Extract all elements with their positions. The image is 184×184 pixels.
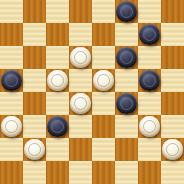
board-square-f5 (115, 69, 138, 92)
board-square-c3[interactable] (46, 115, 69, 138)
board-square-a6 (0, 46, 23, 69)
board-square-f2[interactable] (115, 138, 138, 161)
board-square-h1 (161, 161, 184, 184)
black-checker-c3[interactable] (47, 116, 68, 137)
board-square-f6[interactable] (115, 46, 138, 69)
board-square-d4[interactable] (69, 92, 92, 115)
white-checker-d6[interactable] (70, 47, 91, 68)
board-square-g3[interactable] (138, 115, 161, 138)
board-square-g2 (138, 138, 161, 161)
white-checker-e5[interactable] (93, 70, 114, 91)
board-square-e5[interactable] (92, 69, 115, 92)
board-square-c8 (46, 0, 69, 23)
white-checker-d4[interactable] (70, 93, 91, 114)
board-square-a2 (0, 138, 23, 161)
board-square-c5[interactable] (46, 69, 69, 92)
board-square-f8[interactable] (115, 0, 138, 23)
board-square-c6 (46, 46, 69, 69)
board-square-f4[interactable] (115, 92, 138, 115)
board-square-f3 (115, 115, 138, 138)
white-checker-c5[interactable] (47, 70, 68, 91)
board-square-g6 (138, 46, 161, 69)
board-square-h4[interactable] (161, 92, 184, 115)
board-square-f1 (115, 161, 138, 184)
board-square-c2 (46, 138, 69, 161)
board-square-a4 (0, 92, 23, 115)
board-square-g8 (138, 0, 161, 23)
black-checker-f8[interactable] (116, 1, 137, 22)
board-square-d2[interactable] (69, 138, 92, 161)
board-square-d5 (69, 69, 92, 92)
board-square-a3[interactable] (0, 115, 23, 138)
board-square-e7[interactable] (92, 23, 115, 46)
board-square-e2 (92, 138, 115, 161)
black-checker-g7[interactable] (139, 24, 160, 45)
black-checker-f6[interactable] (116, 47, 137, 68)
board-square-d3 (69, 115, 92, 138)
board-square-e8 (92, 0, 115, 23)
board-square-a8 (0, 0, 23, 23)
board-square-e6 (92, 46, 115, 69)
board-square-h2[interactable] (161, 138, 184, 161)
board-square-b8[interactable] (23, 0, 46, 23)
board-square-b4[interactable] (23, 92, 46, 115)
board-square-d1 (69, 161, 92, 184)
board-square-h5 (161, 69, 184, 92)
board-square-b6[interactable] (23, 46, 46, 69)
white-checker-b2[interactable] (24, 139, 45, 160)
white-checker-h2[interactable] (162, 139, 183, 160)
white-checker-g3[interactable] (139, 116, 160, 137)
board-square-h7 (161, 23, 184, 46)
board-square-c7[interactable] (46, 23, 69, 46)
board-square-d7 (69, 23, 92, 46)
board-square-c1[interactable] (46, 161, 69, 184)
white-checker-a3[interactable] (1, 116, 22, 137)
black-checker-a5[interactable] (1, 70, 22, 91)
board-square-a1[interactable] (0, 161, 23, 184)
board-square-e3[interactable] (92, 115, 115, 138)
board-square-b2[interactable] (23, 138, 46, 161)
black-checker-g5[interactable] (139, 70, 160, 91)
black-checker-f4[interactable] (116, 93, 137, 114)
board-square-g7[interactable] (138, 23, 161, 46)
board-square-h3 (161, 115, 184, 138)
board-square-d6[interactable] (69, 46, 92, 69)
board-square-a5[interactable] (0, 69, 23, 92)
board-square-a7[interactable] (0, 23, 23, 46)
board-square-e1[interactable] (92, 161, 115, 184)
board-square-f7 (115, 23, 138, 46)
board-square-g4 (138, 92, 161, 115)
board-square-h6[interactable] (161, 46, 184, 69)
board-square-b1 (23, 161, 46, 184)
board-square-g1[interactable] (138, 161, 161, 184)
board-square-b3 (23, 115, 46, 138)
board-square-d8[interactable] (69, 0, 92, 23)
board-square-e4 (92, 92, 115, 115)
board-square-b5 (23, 69, 46, 92)
board-square-g5[interactable] (138, 69, 161, 92)
board-square-c4 (46, 92, 69, 115)
checkers-board (0, 0, 184, 184)
board-square-b7 (23, 23, 46, 46)
board-square-h8[interactable] (161, 0, 184, 23)
